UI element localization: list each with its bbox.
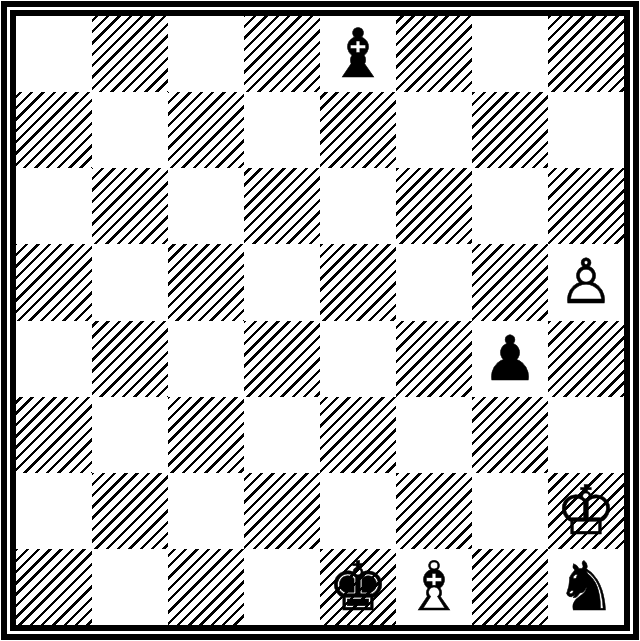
square-g5[interactable] — [472, 244, 548, 320]
square-f1[interactable]: ♗ — [396, 549, 472, 625]
square-f8[interactable] — [396, 16, 472, 92]
square-h4[interactable] — [548, 321, 624, 397]
square-d7[interactable] — [244, 92, 320, 168]
square-g4[interactable]: ♟ — [472, 321, 548, 397]
black-knight-piece: ♞ — [556, 549, 617, 625]
board-frame-outer: ♝♙♟♔♚♗♞ — [0, 0, 640, 641]
square-h1[interactable]: ♞ — [548, 549, 624, 625]
square-g3[interactable] — [472, 397, 548, 473]
square-c8[interactable] — [168, 16, 244, 92]
white-king-piece: ♔ — [556, 473, 617, 549]
square-e1[interactable]: ♚ — [320, 549, 396, 625]
square-b2[interactable] — [92, 473, 168, 549]
square-e3[interactable] — [320, 397, 396, 473]
square-a1[interactable] — [16, 549, 92, 625]
white-bishop-piece: ♗ — [404, 549, 465, 625]
square-a3[interactable] — [16, 397, 92, 473]
square-c2[interactable] — [168, 473, 244, 549]
square-g7[interactable] — [472, 92, 548, 168]
square-g6[interactable] — [472, 168, 548, 244]
square-c3[interactable] — [168, 397, 244, 473]
square-d1[interactable] — [244, 549, 320, 625]
square-c4[interactable] — [168, 321, 244, 397]
square-e7[interactable] — [320, 92, 396, 168]
chess-board: ♝♙♟♔♚♗♞ — [16, 16, 624, 625]
square-a8[interactable] — [16, 16, 92, 92]
square-g1[interactable] — [472, 549, 548, 625]
square-c7[interactable] — [168, 92, 244, 168]
square-f6[interactable] — [396, 168, 472, 244]
square-h6[interactable] — [548, 168, 624, 244]
square-h2[interactable]: ♔ — [548, 473, 624, 549]
square-d2[interactable] — [244, 473, 320, 549]
square-c6[interactable] — [168, 168, 244, 244]
square-g8[interactable] — [472, 16, 548, 92]
square-b5[interactable] — [92, 244, 168, 320]
square-d8[interactable] — [244, 16, 320, 92]
square-a6[interactable] — [16, 168, 92, 244]
square-d6[interactable] — [244, 168, 320, 244]
square-e5[interactable] — [320, 244, 396, 320]
square-e8[interactable]: ♝ — [320, 16, 396, 92]
square-e4[interactable] — [320, 321, 396, 397]
square-a2[interactable] — [16, 473, 92, 549]
square-h3[interactable] — [548, 397, 624, 473]
board-frame-mid: ♝♙♟♔♚♗♞ — [1, 1, 639, 640]
square-a4[interactable] — [16, 321, 92, 397]
square-c5[interactable] — [168, 244, 244, 320]
square-f7[interactable] — [396, 92, 472, 168]
square-h5[interactable]: ♙ — [548, 244, 624, 320]
square-b4[interactable] — [92, 321, 168, 397]
white-pawn-piece: ♙ — [558, 244, 614, 320]
square-f2[interactable] — [396, 473, 472, 549]
square-b6[interactable] — [92, 168, 168, 244]
square-f5[interactable] — [396, 244, 472, 320]
square-h8[interactable] — [548, 16, 624, 92]
square-b3[interactable] — [92, 397, 168, 473]
square-g2[interactable] — [472, 473, 548, 549]
square-c1[interactable] — [168, 549, 244, 625]
black-pawn-piece: ♟ — [482, 321, 538, 397]
square-d5[interactable] — [244, 244, 320, 320]
square-b1[interactable] — [92, 549, 168, 625]
square-h7[interactable] — [548, 92, 624, 168]
square-e2[interactable] — [320, 473, 396, 549]
square-e6[interactable] — [320, 168, 396, 244]
square-f4[interactable] — [396, 321, 472, 397]
board-frame-inner: ♝♙♟♔♚♗♞ — [10, 10, 630, 631]
black-bishop-piece: ♝ — [328, 16, 389, 92]
square-a7[interactable] — [16, 92, 92, 168]
square-b8[interactable] — [92, 16, 168, 92]
square-a5[interactable] — [16, 244, 92, 320]
square-f3[interactable] — [396, 397, 472, 473]
square-d4[interactable] — [244, 321, 320, 397]
square-d3[interactable] — [244, 397, 320, 473]
black-king-piece: ♚ — [328, 549, 389, 625]
square-b7[interactable] — [92, 92, 168, 168]
